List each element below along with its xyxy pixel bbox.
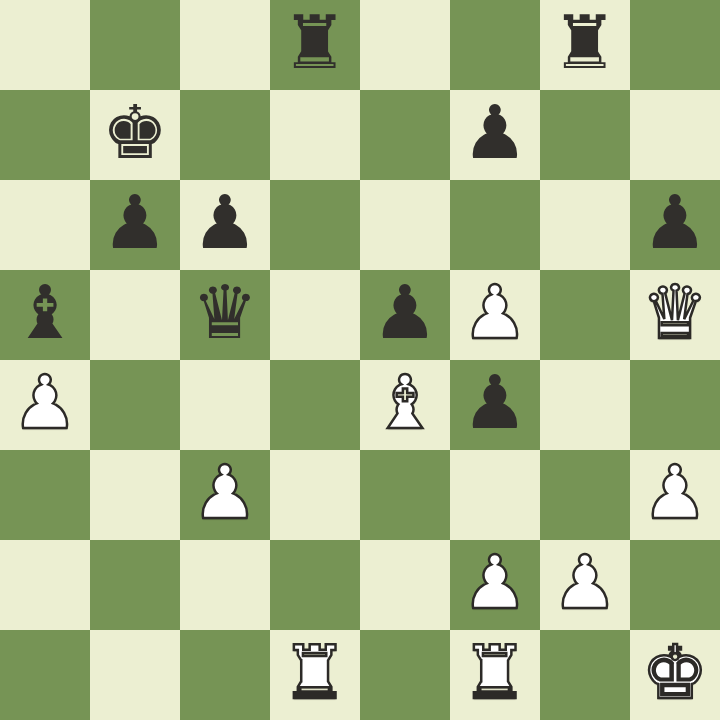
square-a1[interactable] [0,630,90,720]
square-g8[interactable]: ♜ [540,0,630,90]
piece-black-pawn[interactable]: ♟ [180,177,270,267]
piece-white-rook[interactable]: ♜ [270,627,360,717]
square-e7[interactable] [360,90,450,180]
square-a8[interactable] [0,0,90,90]
piece-white-pawn[interactable]: ♟ [450,267,540,357]
square-e1[interactable] [360,630,450,720]
piece-white-pawn[interactable]: ♟ [0,357,90,447]
square-b2[interactable] [90,540,180,630]
square-h6[interactable]: ♟ [630,180,720,270]
square-g2[interactable]: ♟ [540,540,630,630]
square-g3[interactable] [540,450,630,540]
square-f1[interactable]: ♜ [450,630,540,720]
square-e4[interactable]: ♝ [360,360,450,450]
square-c3[interactable]: ♟ [180,450,270,540]
square-h1[interactable]: ♚ [630,630,720,720]
square-b8[interactable] [90,0,180,90]
chess-board: ♜♜♚♟♟♟♟♝♛♟♟♛♟♝♟♟♟♟♟♜♜♚ [0,0,720,720]
square-d5[interactable] [270,270,360,360]
square-a4[interactable]: ♟ [0,360,90,450]
square-b1[interactable] [90,630,180,720]
square-f3[interactable] [450,450,540,540]
square-a2[interactable] [0,540,90,630]
square-f2[interactable]: ♟ [450,540,540,630]
piece-white-pawn[interactable]: ♟ [180,447,270,537]
piece-black-bishop[interactable]: ♝ [0,267,90,357]
square-c4[interactable] [180,360,270,450]
square-b3[interactable] [90,450,180,540]
square-d6[interactable] [270,180,360,270]
square-f4[interactable]: ♟ [450,360,540,450]
square-f7[interactable]: ♟ [450,90,540,180]
square-h4[interactable] [630,360,720,450]
square-h7[interactable] [630,90,720,180]
square-e5[interactable]: ♟ [360,270,450,360]
square-e3[interactable] [360,450,450,540]
square-h5[interactable]: ♛ [630,270,720,360]
square-g4[interactable] [540,360,630,450]
square-f5[interactable]: ♟ [450,270,540,360]
piece-white-king[interactable]: ♚ [630,627,720,717]
square-a6[interactable] [0,180,90,270]
piece-black-king[interactable]: ♚ [90,87,180,177]
piece-white-pawn[interactable]: ♟ [630,447,720,537]
square-d1[interactable]: ♜ [270,630,360,720]
square-d3[interactable] [270,450,360,540]
piece-white-pawn[interactable]: ♟ [540,537,630,627]
square-g7[interactable] [540,90,630,180]
piece-black-pawn[interactable]: ♟ [450,357,540,447]
square-c6[interactable]: ♟ [180,180,270,270]
square-c5[interactable]: ♛ [180,270,270,360]
square-e8[interactable] [360,0,450,90]
piece-white-bishop[interactable]: ♝ [360,357,450,447]
square-d2[interactable] [270,540,360,630]
square-g6[interactable] [540,180,630,270]
square-e2[interactable] [360,540,450,630]
piece-black-pawn[interactable]: ♟ [450,87,540,177]
square-h2[interactable] [630,540,720,630]
square-f6[interactable] [450,180,540,270]
piece-black-pawn[interactable]: ♟ [630,177,720,267]
square-a5[interactable]: ♝ [0,270,90,360]
square-d8[interactable]: ♜ [270,0,360,90]
piece-white-rook[interactable]: ♜ [450,627,540,717]
square-c7[interactable] [180,90,270,180]
piece-black-rook[interactable]: ♜ [540,0,630,87]
square-d4[interactable] [270,360,360,450]
piece-black-pawn[interactable]: ♟ [90,177,180,267]
square-h3[interactable]: ♟ [630,450,720,540]
square-b7[interactable]: ♚ [90,90,180,180]
square-a3[interactable] [0,450,90,540]
square-h8[interactable] [630,0,720,90]
square-g5[interactable] [540,270,630,360]
square-c2[interactable] [180,540,270,630]
square-e6[interactable] [360,180,450,270]
piece-black-queen[interactable]: ♛ [180,267,270,357]
square-c8[interactable] [180,0,270,90]
square-g1[interactable] [540,630,630,720]
square-a7[interactable] [0,90,90,180]
piece-black-pawn[interactable]: ♟ [360,267,450,357]
square-f8[interactable] [450,0,540,90]
piece-white-pawn[interactable]: ♟ [450,537,540,627]
piece-white-queen[interactable]: ♛ [630,267,720,357]
square-d7[interactable] [270,90,360,180]
square-c1[interactable] [180,630,270,720]
square-b5[interactable] [90,270,180,360]
piece-black-rook[interactable]: ♜ [270,0,360,87]
square-b4[interactable] [90,360,180,450]
square-b6[interactable]: ♟ [90,180,180,270]
